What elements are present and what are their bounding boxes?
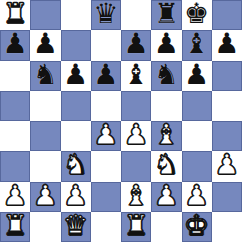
square-a4[interactable] <box>0 121 30 151</box>
square-a6[interactable] <box>0 61 30 91</box>
square-d8[interactable]: ♛ <box>91 0 121 30</box>
piece-white-pawn-d4[interactable]: ♟ <box>93 121 118 149</box>
square-g8[interactable]: ♚ <box>182 0 212 30</box>
square-f1[interactable] <box>151 212 181 242</box>
square-f3[interactable]: ♞ <box>151 151 181 181</box>
square-d7[interactable] <box>91 30 121 60</box>
piece-white-knight-f3[interactable]: ♞ <box>154 151 179 179</box>
piece-black-queen-d8[interactable]: ♛ <box>93 0 118 28</box>
piece-black-pawn-f7[interactable]: ♟ <box>154 30 179 58</box>
chess-board: ♜♛♜♚♟♟♟♟♝♟♞♟♟♝♞♟♟♟♝♞♞♟♟♟♟♝♟♟♜♛♜♚ <box>0 0 242 242</box>
piece-white-rook-a1[interactable]: ♜ <box>3 212 28 240</box>
piece-white-knight-c3[interactable]: ♞ <box>63 151 88 179</box>
square-h7[interactable]: ♟ <box>212 30 242 60</box>
square-a3[interactable] <box>0 151 30 181</box>
square-h5[interactable] <box>212 91 242 121</box>
square-e6[interactable]: ♝ <box>121 61 151 91</box>
piece-white-pawn-e4[interactable]: ♟ <box>124 121 149 149</box>
piece-black-pawn-d6[interactable]: ♟ <box>93 61 118 89</box>
piece-black-pawn-a7[interactable]: ♟ <box>3 30 28 58</box>
piece-white-bishop-e2[interactable]: ♝ <box>124 182 149 210</box>
square-e1[interactable]: ♜ <box>121 212 151 242</box>
square-h3[interactable]: ♟ <box>212 151 242 181</box>
piece-white-rook-e1[interactable]: ♜ <box>124 212 149 240</box>
piece-black-knight-b6[interactable]: ♞ <box>33 61 58 89</box>
piece-black-king-g8[interactable]: ♚ <box>184 0 209 28</box>
square-b6[interactable]: ♞ <box>30 61 60 91</box>
square-h4[interactable] <box>212 121 242 151</box>
square-d4[interactable]: ♟ <box>91 121 121 151</box>
piece-black-pawn-c6[interactable]: ♟ <box>63 61 88 89</box>
piece-white-pawn-g2[interactable]: ♟ <box>184 182 209 210</box>
square-b3[interactable] <box>30 151 60 181</box>
piece-white-pawn-f2[interactable]: ♟ <box>154 182 179 210</box>
square-c2[interactable]: ♟ <box>61 182 91 212</box>
square-f8[interactable]: ♜ <box>151 0 181 30</box>
square-d3[interactable] <box>91 151 121 181</box>
square-a2[interactable]: ♟ <box>0 182 30 212</box>
square-e2[interactable]: ♝ <box>121 182 151 212</box>
piece-white-bishop-f4[interactable]: ♝ <box>154 121 179 149</box>
square-a8[interactable]: ♜ <box>0 0 30 30</box>
square-b7[interactable]: ♟ <box>30 30 60 60</box>
piece-white-pawn-a2[interactable]: ♟ <box>3 182 28 210</box>
piece-black-bishop-g7[interactable]: ♝ <box>184 30 209 58</box>
square-g6[interactable]: ♟ <box>182 61 212 91</box>
square-h6[interactable] <box>212 61 242 91</box>
square-f5[interactable] <box>151 91 181 121</box>
square-h2[interactable] <box>212 182 242 212</box>
square-b8[interactable] <box>30 0 60 30</box>
square-g4[interactable] <box>182 121 212 151</box>
square-c7[interactable] <box>61 30 91 60</box>
piece-white-queen-c1[interactable]: ♛ <box>63 212 88 240</box>
square-g5[interactable] <box>182 91 212 121</box>
square-d2[interactable] <box>91 182 121 212</box>
piece-black-pawn-e7[interactable]: ♟ <box>124 30 149 58</box>
piece-black-pawn-b7[interactable]: ♟ <box>33 30 58 58</box>
square-e5[interactable] <box>121 91 151 121</box>
piece-black-knight-f6[interactable]: ♞ <box>154 61 179 89</box>
square-f4[interactable]: ♝ <box>151 121 181 151</box>
piece-black-rook-f8[interactable]: ♜ <box>154 0 179 28</box>
square-e4[interactable]: ♟ <box>121 121 151 151</box>
square-d5[interactable] <box>91 91 121 121</box>
square-b1[interactable] <box>30 212 60 242</box>
piece-white-pawn-b2[interactable]: ♟ <box>33 182 58 210</box>
square-c4[interactable] <box>61 121 91 151</box>
piece-white-pawn-c2[interactable]: ♟ <box>63 182 88 210</box>
square-a7[interactable]: ♟ <box>0 30 30 60</box>
square-e3[interactable] <box>121 151 151 181</box>
square-b2[interactable]: ♟ <box>30 182 60 212</box>
piece-white-king-g1[interactable]: ♚ <box>184 212 209 240</box>
square-c8[interactable] <box>61 0 91 30</box>
piece-white-pawn-h3[interactable]: ♟ <box>214 151 239 179</box>
square-b4[interactable] <box>30 121 60 151</box>
square-d6[interactable]: ♟ <box>91 61 121 91</box>
square-e8[interactable] <box>121 0 151 30</box>
square-f7[interactable]: ♟ <box>151 30 181 60</box>
square-g2[interactable]: ♟ <box>182 182 212 212</box>
square-g3[interactable] <box>182 151 212 181</box>
square-f6[interactable]: ♞ <box>151 61 181 91</box>
square-d1[interactable] <box>91 212 121 242</box>
square-f2[interactable]: ♟ <box>151 182 181 212</box>
square-c5[interactable] <box>61 91 91 121</box>
square-c6[interactable]: ♟ <box>61 61 91 91</box>
square-e7[interactable]: ♟ <box>121 30 151 60</box>
square-a1[interactable]: ♜ <box>0 212 30 242</box>
piece-black-pawn-h7[interactable]: ♟ <box>214 30 239 58</box>
piece-white-rook-a8[interactable]: ♜ <box>3 0 28 28</box>
square-a5[interactable] <box>0 91 30 121</box>
square-h1[interactable] <box>212 212 242 242</box>
square-b5[interactable] <box>30 91 60 121</box>
piece-black-pawn-g6[interactable]: ♟ <box>184 61 209 89</box>
square-c3[interactable]: ♞ <box>61 151 91 181</box>
square-g1[interactable]: ♚ <box>182 212 212 242</box>
square-g7[interactable]: ♝ <box>182 30 212 60</box>
piece-black-bishop-e6[interactable]: ♝ <box>124 61 149 89</box>
square-h8[interactable] <box>212 0 242 30</box>
square-c1[interactable]: ♛ <box>61 212 91 242</box>
